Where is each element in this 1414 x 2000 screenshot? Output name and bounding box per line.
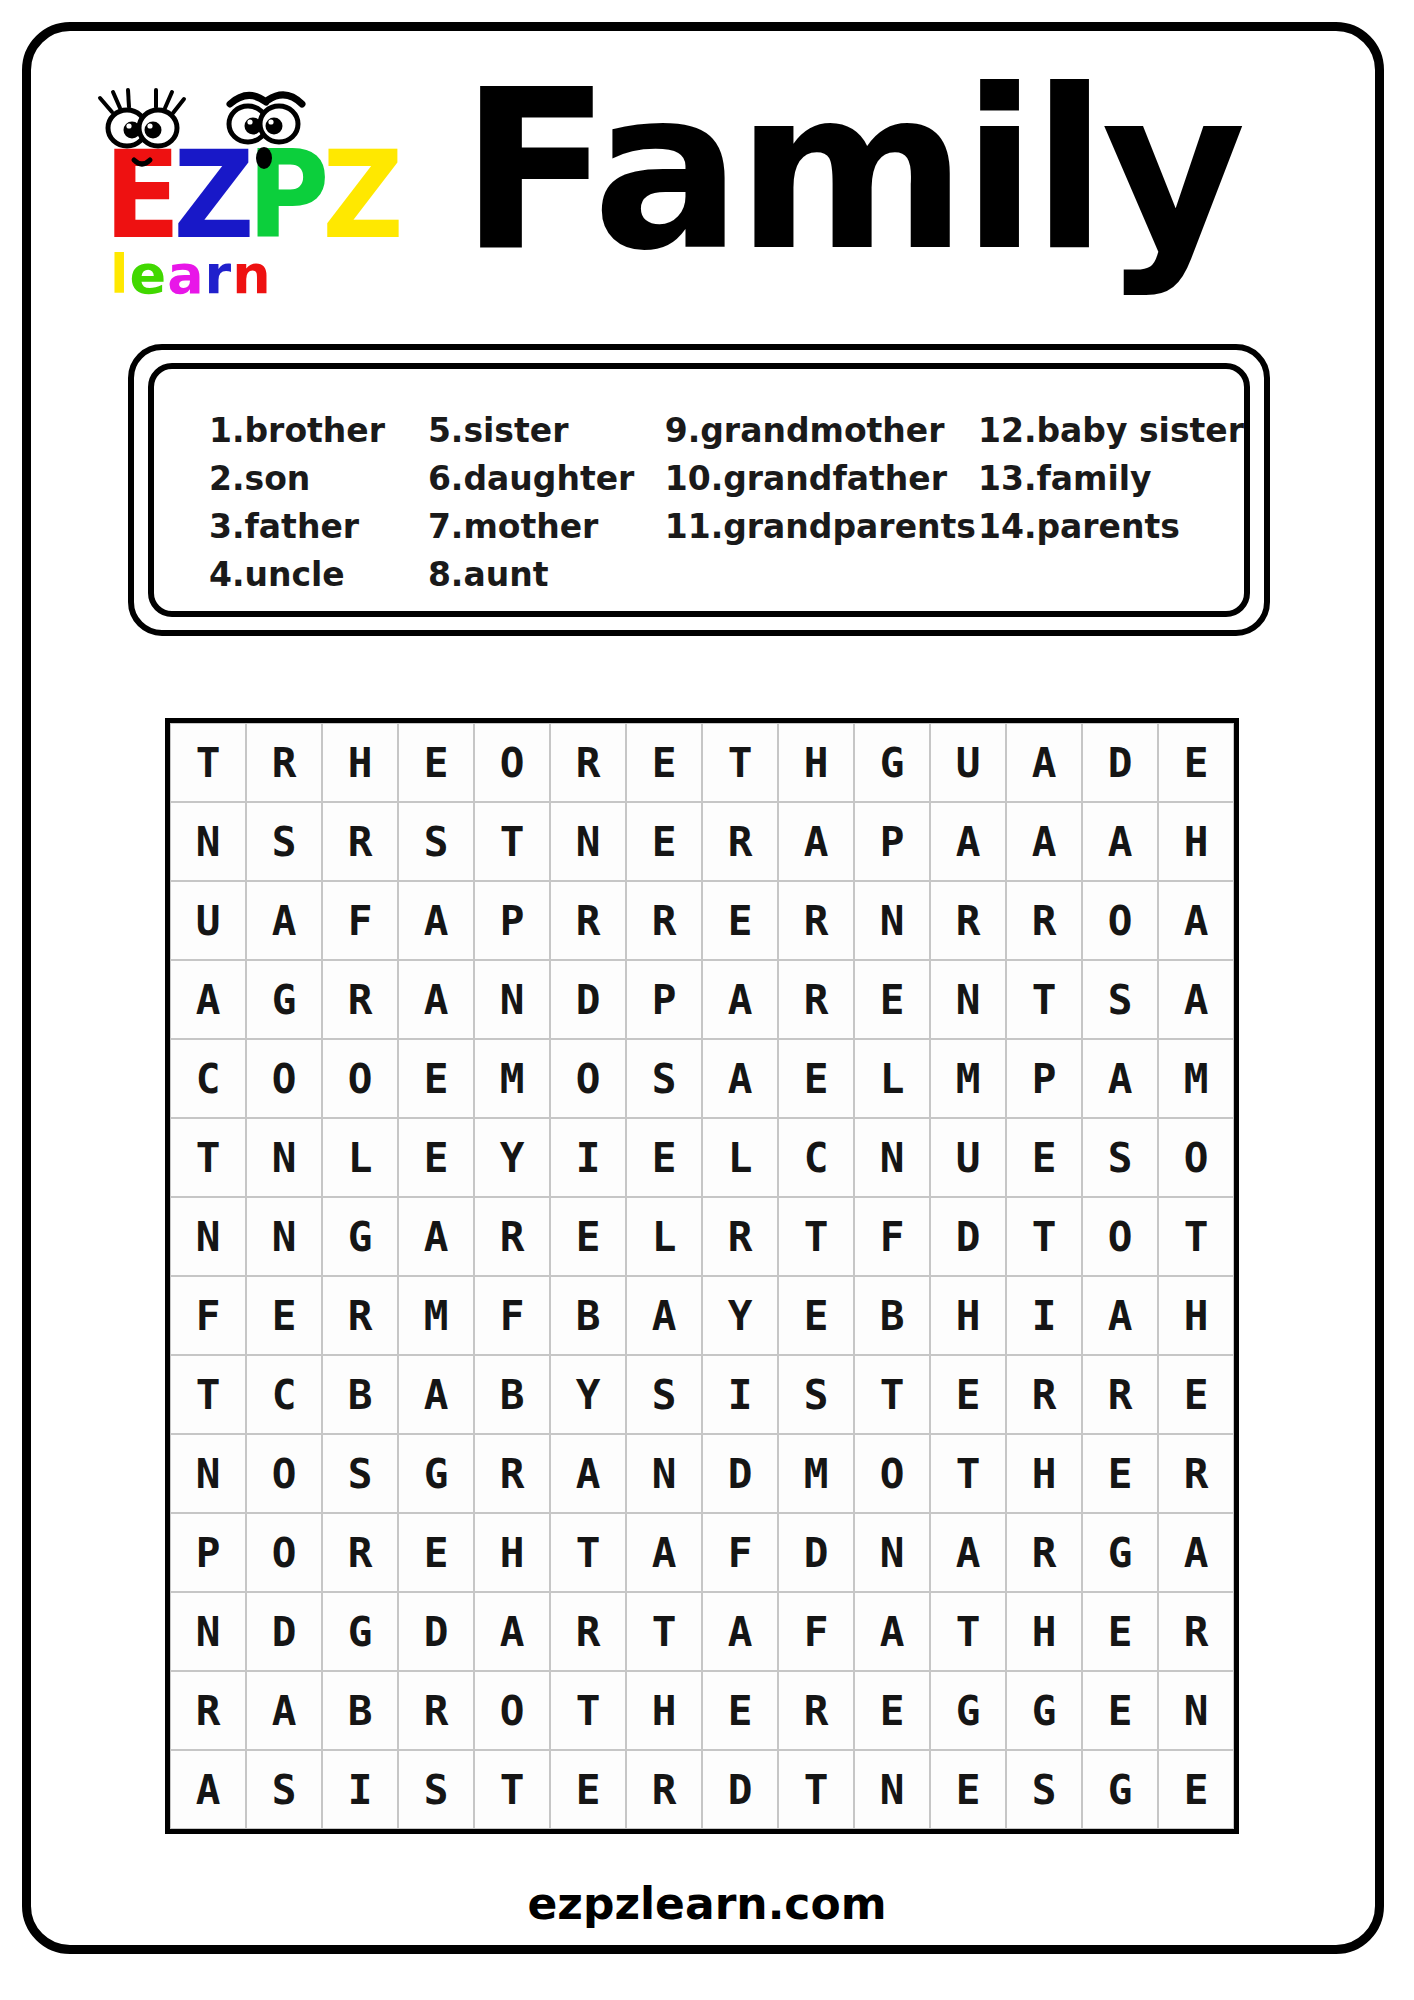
grid-cell-r4c10[interactable]: E	[854, 960, 930, 1039]
word-list-item: 9.grandmother	[665, 407, 978, 455]
grid-cell-r11c11[interactable]: A	[930, 1513, 1006, 1592]
grid-cell-r12c2[interactable]: D	[246, 1592, 322, 1671]
grid-cell-r10c10[interactable]: O	[854, 1434, 930, 1513]
footer-url: ezpzlearn.com	[0, 1878, 1414, 1929]
grid-cell-r12c7[interactable]: T	[626, 1592, 702, 1671]
grid-cell-r7c14[interactable]: T	[1158, 1197, 1234, 1276]
grid-cell-r12c1[interactable]: N	[170, 1592, 246, 1671]
grid-cell-r7c5[interactable]: R	[474, 1197, 550, 1276]
grid-cell-r3c14[interactable]: A	[1158, 881, 1234, 960]
grid-cell-r7c6[interactable]: E	[550, 1197, 626, 1276]
word-list-item: 13.family	[978, 455, 1244, 503]
grid-cell-r12c5[interactable]: A	[474, 1592, 550, 1671]
grid-cell-r6c6[interactable]: I	[550, 1118, 626, 1197]
grid-cell-r7c9[interactable]: T	[778, 1197, 854, 1276]
grid-cell-r6c10[interactable]: N	[854, 1118, 930, 1197]
grid-cell-r9c3[interactable]: B	[322, 1355, 398, 1434]
grid-cell-r14c13[interactable]: G	[1082, 1750, 1158, 1829]
grid-cell-r10c1[interactable]: N	[170, 1434, 246, 1513]
grid-cell-r5c1[interactable]: C	[170, 1039, 246, 1118]
word-list-item: 3.father	[209, 503, 428, 551]
grid-cell-r14c7[interactable]: R	[626, 1750, 702, 1829]
grid-cell-r4c12[interactable]: T	[1006, 960, 1082, 1039]
grid-cell-r4c8[interactable]: A	[702, 960, 778, 1039]
grid-cell-r10c6[interactable]: A	[550, 1434, 626, 1513]
word-list-columns: 1.brother2.son3.father4.uncle5.sister6.d…	[148, 363, 1250, 617]
grid-cell-r10c14[interactable]: R	[1158, 1434, 1234, 1513]
grid-cell-r2c3[interactable]: R	[322, 802, 398, 881]
logo-letter: r	[205, 248, 233, 302]
grid-cell-r12c13[interactable]: E	[1082, 1592, 1158, 1671]
grid-cell-r1c13[interactable]: D	[1082, 723, 1158, 802]
grid-cell-r11c5[interactable]: H	[474, 1513, 550, 1592]
grid-cell-r10c2[interactable]: O	[246, 1434, 322, 1513]
grid-cell-r8c12[interactable]: I	[1006, 1276, 1082, 1355]
grid-cell-r2c12[interactable]: A	[1006, 802, 1082, 881]
grid-cell-r11c7[interactable]: A	[626, 1513, 702, 1592]
grid-cell-r14c11[interactable]: E	[930, 1750, 1006, 1829]
grid-cell-r13c4[interactable]: R	[398, 1671, 474, 1750]
grid-cell-r1c14[interactable]: E	[1158, 723, 1234, 802]
word-list-item: 6.daughter	[428, 455, 665, 503]
grid-cell-r13c7[interactable]: H	[626, 1671, 702, 1750]
grid-cell-r13c1[interactable]: R	[170, 1671, 246, 1750]
grid-cell-r5c2[interactable]: O	[246, 1039, 322, 1118]
grid-cell-r9c12[interactable]: R	[1006, 1355, 1082, 1434]
grid-cell-r6c9[interactable]: C	[778, 1118, 854, 1197]
grid-cell-r7c12[interactable]: T	[1006, 1197, 1082, 1276]
grid-cell-r8c7[interactable]: A	[626, 1276, 702, 1355]
grid-cell-r14c9[interactable]: T	[778, 1750, 854, 1829]
grid-cell-r4c6[interactable]: D	[550, 960, 626, 1039]
grid-cell-r5c10[interactable]: L	[854, 1039, 930, 1118]
grid-cell-r14c12[interactable]: S	[1006, 1750, 1082, 1829]
grid-cell-r1c3[interactable]: H	[322, 723, 398, 802]
grid-cell-r7c11[interactable]: D	[930, 1197, 1006, 1276]
grid-cell-r4c2[interactable]: G	[246, 960, 322, 1039]
grid-cell-r8c4[interactable]: M	[398, 1276, 474, 1355]
grid-cell-r11c2[interactable]: O	[246, 1513, 322, 1592]
grid-cell-r13c9[interactable]: R	[778, 1671, 854, 1750]
word-list-item: 7.mother	[428, 503, 665, 551]
grid-cell-r1c6[interactable]: R	[550, 723, 626, 802]
grid-cell-r8c8[interactable]: Y	[702, 1276, 778, 1355]
grid-cell-r10c7[interactable]: N	[626, 1434, 702, 1513]
grid-cell-r10c4[interactable]: G	[398, 1434, 474, 1513]
grid-cell-r2c4[interactable]: S	[398, 802, 474, 881]
grid-cell-r7c4[interactable]: A	[398, 1197, 474, 1276]
grid-cell-r11c8[interactable]: F	[702, 1513, 778, 1592]
word-list-column-3: 9.grandmother10.grandfather11.grandparen…	[665, 407, 978, 551]
logo-letter: e	[130, 248, 168, 302]
grid-cell-r11c13[interactable]: G	[1082, 1513, 1158, 1592]
grid-cell-r6c13[interactable]: S	[1082, 1118, 1158, 1197]
grid-cell-r5c4[interactable]: E	[398, 1039, 474, 1118]
grid-cell-r3c13[interactable]: O	[1082, 881, 1158, 960]
word-list-item: 8.aunt	[428, 551, 665, 599]
grid-cell-r9c6[interactable]: Y	[550, 1355, 626, 1434]
grid-cell-r12c8[interactable]: A	[702, 1592, 778, 1671]
grid-cell-r3c3[interactable]: F	[322, 881, 398, 960]
grid-cell-r13c13[interactable]: E	[1082, 1671, 1158, 1750]
grid-cell-r11c9[interactable]: D	[778, 1513, 854, 1592]
grid-cell-r1c10[interactable]: G	[854, 723, 930, 802]
grid-cell-r7c13[interactable]: O	[1082, 1197, 1158, 1276]
grid-cell-r3c12[interactable]: R	[1006, 881, 1082, 960]
word-list-item: 4.uncle	[209, 551, 428, 599]
grid-cell-r6c8[interactable]: L	[702, 1118, 778, 1197]
grid-cell-r12c9[interactable]: F	[778, 1592, 854, 1671]
grid-cell-r14c4[interactable]: S	[398, 1750, 474, 1829]
grid-cell-r8c6[interactable]: B	[550, 1276, 626, 1355]
grid-cell-r13c14[interactable]: N	[1158, 1671, 1234, 1750]
grid-cell-r6c11[interactable]: U	[930, 1118, 1006, 1197]
grid-cell-r3c11[interactable]: R	[930, 881, 1006, 960]
grid-cell-r6c4[interactable]: E	[398, 1118, 474, 1197]
grid-cell-r6c1[interactable]: T	[170, 1118, 246, 1197]
grid-cell-r1c1[interactable]: T	[170, 723, 246, 802]
grid-cell-r3c7[interactable]: R	[626, 881, 702, 960]
grid-cell-r9c14[interactable]: E	[1158, 1355, 1234, 1434]
grid-cell-r9c5[interactable]: B	[474, 1355, 550, 1434]
grid-cell-r10c11[interactable]: T	[930, 1434, 1006, 1513]
grid-cell-r2c11[interactable]: A	[930, 802, 1006, 881]
grid-cell-r12c3[interactable]: G	[322, 1592, 398, 1671]
grid-cell-r3c8[interactable]: E	[702, 881, 778, 960]
grid-cell-r1c9[interactable]: H	[778, 723, 854, 802]
word-list-item: 10.grandfather	[665, 455, 978, 503]
grid-cell-r2c6[interactable]: N	[550, 802, 626, 881]
logo-letter: E	[104, 134, 173, 256]
grid-cell-r3c5[interactable]: P	[474, 881, 550, 960]
grid-cell-r1c2[interactable]: R	[246, 723, 322, 802]
grid-cell-r13c2[interactable]: A	[246, 1671, 322, 1750]
logo-letter: l	[110, 248, 130, 302]
grid-cell-r8c2[interactable]: E	[246, 1276, 322, 1355]
grid-cell-r1c5[interactable]: O	[474, 723, 550, 802]
word-list-column-4: 12.baby sister13.family14.parents	[978, 407, 1244, 551]
grid-cell-r3c10[interactable]: N	[854, 881, 930, 960]
grid-cell-r10c8[interactable]: D	[702, 1434, 778, 1513]
grid-cell-r6c7[interactable]: E	[626, 1118, 702, 1197]
word-list-column-1: 1.brother2.son3.father4.uncle	[209, 407, 428, 599]
logo-ezpz-letters: EZPZ	[104, 134, 396, 256]
grid-cell-r11c14[interactable]: A	[1158, 1513, 1234, 1592]
grid-cell-r12c11[interactable]: T	[930, 1592, 1006, 1671]
grid-cell-r13c12[interactable]: G	[1006, 1671, 1082, 1750]
grid-cell-r5c5[interactable]: M	[474, 1039, 550, 1118]
grid-cell-r11c12[interactable]: R	[1006, 1513, 1082, 1592]
grid-cell-r14c8[interactable]: D	[702, 1750, 778, 1829]
grid-cell-r14c1[interactable]: A	[170, 1750, 246, 1829]
grid-cell-r9c8[interactable]: I	[702, 1355, 778, 1434]
grid-cell-r9c9[interactable]: S	[778, 1355, 854, 1434]
grid-cell-r5c11[interactable]: M	[930, 1039, 1006, 1118]
grid-cell-r11c10[interactable]: N	[854, 1513, 930, 1592]
grid-cell-r1c7[interactable]: E	[626, 723, 702, 802]
grid-cell-r9c4[interactable]: A	[398, 1355, 474, 1434]
word-list-item: 11.grandparents	[665, 503, 978, 551]
grid-cell-r11c3[interactable]: R	[322, 1513, 398, 1592]
grid-cell-r5c3[interactable]: O	[322, 1039, 398, 1118]
grid-cell-r10c5[interactable]: R	[474, 1434, 550, 1513]
word-search-grid: TRHEORETHGUADENSRSTNERAPAAAHUAFAPRRERNRR…	[165, 718, 1239, 1834]
logo-letter: P	[247, 134, 322, 256]
grid-cell-r7c7[interactable]: L	[626, 1197, 702, 1276]
word-list-box: 1.brother2.son3.father4.uncle5.sister6.d…	[128, 344, 1270, 636]
grid-cell-r12c6[interactable]: R	[550, 1592, 626, 1671]
grid-cell-r7c2[interactable]: N	[246, 1197, 322, 1276]
grid-cell-r13c6[interactable]: T	[550, 1671, 626, 1750]
grid-cell-r4c3[interactable]: R	[322, 960, 398, 1039]
grid-cell-r6c14[interactable]: O	[1158, 1118, 1234, 1197]
grid-cell-r1c11[interactable]: U	[930, 723, 1006, 802]
grid-cell-r11c4[interactable]: E	[398, 1513, 474, 1592]
logo-learn-letters: learn	[110, 248, 272, 302]
word-list-item: 1.brother	[209, 407, 428, 455]
ezpz-logo: EZPZ learn	[82, 82, 382, 312]
grid-cell-r14c6[interactable]: E	[550, 1750, 626, 1829]
grid-cell-r9c7[interactable]: S	[626, 1355, 702, 1434]
grid-cell-r9c2[interactable]: C	[246, 1355, 322, 1434]
grid-cell-r2c7[interactable]: E	[626, 802, 702, 881]
grid-cell-r8c3[interactable]: R	[322, 1276, 398, 1355]
grid-cell-r6c3[interactable]: L	[322, 1118, 398, 1197]
grid-cell-r9c10[interactable]: T	[854, 1355, 930, 1434]
grid-cell-r3c4[interactable]: A	[398, 881, 474, 960]
logo-letter: n	[232, 248, 271, 302]
grid-cell-r10c9[interactable]: M	[778, 1434, 854, 1513]
grid-cell-r3c1[interactable]: U	[170, 881, 246, 960]
grid-cell-r14c14[interactable]: E	[1158, 1750, 1234, 1829]
grid-cell-r5c7[interactable]: S	[626, 1039, 702, 1118]
grid-cell-r4c9[interactable]: R	[778, 960, 854, 1039]
grid-cell-r8c9[interactable]: E	[778, 1276, 854, 1355]
grid-cell-r7c10[interactable]: F	[854, 1197, 930, 1276]
grid-cell-r4c5[interactable]: N	[474, 960, 550, 1039]
grid-cell-r2c5[interactable]: T	[474, 802, 550, 881]
word-list-item: 14.parents	[978, 503, 1244, 551]
word-list-item: 2.son	[209, 455, 428, 503]
grid-cell-r7c8[interactable]: R	[702, 1197, 778, 1276]
grid-cell-r11c6[interactable]: T	[550, 1513, 626, 1592]
grid-cell-r5c6[interactable]: O	[550, 1039, 626, 1118]
grid-cell-r7c3[interactable]: G	[322, 1197, 398, 1276]
grid-cell-r12c4[interactable]: D	[398, 1592, 474, 1671]
grid-cell-r3c6[interactable]: R	[550, 881, 626, 960]
logo-letter: Z	[322, 134, 396, 256]
grid-cell-r2c1[interactable]: N	[170, 802, 246, 881]
grid-cell-r2c13[interactable]: A	[1082, 802, 1158, 881]
grid-cell-r4c14[interactable]: A	[1158, 960, 1234, 1039]
grid-cell-r10c12[interactable]: H	[1006, 1434, 1082, 1513]
grid-cell-r13c5[interactable]: O	[474, 1671, 550, 1750]
grid-cell-r6c5[interactable]: Y	[474, 1118, 550, 1197]
grid-cell-r2c14[interactable]: H	[1158, 802, 1234, 881]
grid-cell-r8c10[interactable]: B	[854, 1276, 930, 1355]
grid-cell-r12c14[interactable]: R	[1158, 1592, 1234, 1671]
grid-cell-r9c1[interactable]: T	[170, 1355, 246, 1434]
grid-cell-r3c2[interactable]: A	[246, 881, 322, 960]
grid-cell-r10c13[interactable]: E	[1082, 1434, 1158, 1513]
grid-cell-r4c13[interactable]: S	[1082, 960, 1158, 1039]
grid-cell-r11c1[interactable]: P	[170, 1513, 246, 1592]
grid-cell-r5c14[interactable]: M	[1158, 1039, 1234, 1118]
grid-cell-r8c13[interactable]: A	[1082, 1276, 1158, 1355]
grid-cell-r4c11[interactable]: N	[930, 960, 1006, 1039]
grid-cell-r3c9[interactable]: R	[778, 881, 854, 960]
grid-cell-r4c4[interactable]: A	[398, 960, 474, 1039]
grid-cell-r9c11[interactable]: E	[930, 1355, 1006, 1434]
grid-cell-r14c3[interactable]: I	[322, 1750, 398, 1829]
grid-cell-r5c8[interactable]: A	[702, 1039, 778, 1118]
grid-cell-r8c1[interactable]: F	[170, 1276, 246, 1355]
grid-cell-r2c8[interactable]: R	[702, 802, 778, 881]
word-list-item: 12.baby sister	[978, 407, 1244, 455]
grid-cell-r10c3[interactable]: S	[322, 1434, 398, 1513]
grid-cell-r13c11[interactable]: G	[930, 1671, 1006, 1750]
grid-cell-r1c8[interactable]: T	[702, 723, 778, 802]
grid-cell-r13c8[interactable]: E	[702, 1671, 778, 1750]
grid-cell-r9c13[interactable]: R	[1082, 1355, 1158, 1434]
grid-cell-r1c4[interactable]: E	[398, 723, 474, 802]
grid-cell-r12c12[interactable]: H	[1006, 1592, 1082, 1671]
grid-cell-r14c5[interactable]: T	[474, 1750, 550, 1829]
word-list-column-2: 5.sister6.daughter7.mother8.aunt	[428, 407, 665, 599]
grid-cell-r6c2[interactable]: N	[246, 1118, 322, 1197]
grid-cell-r1c12[interactable]: A	[1006, 723, 1082, 802]
logo-letter: Z	[173, 134, 247, 256]
grid-cell-r6c12[interactable]: E	[1006, 1118, 1082, 1197]
grid-cell-r5c9[interactable]: E	[778, 1039, 854, 1118]
grid-cell-r5c13[interactable]: A	[1082, 1039, 1158, 1118]
grid-cell-r7c1[interactable]: N	[170, 1197, 246, 1276]
grid-cell-r8c14[interactable]: H	[1158, 1276, 1234, 1355]
grid-cell-r14c10[interactable]: N	[854, 1750, 930, 1829]
grid-cell-r13c3[interactable]: B	[322, 1671, 398, 1750]
grid-cell-r14c2[interactable]: S	[246, 1750, 322, 1829]
page-title: Family	[430, 48, 1270, 292]
grid-cell-r2c10[interactable]: P	[854, 802, 930, 881]
grid-cell-r4c1[interactable]: A	[170, 960, 246, 1039]
grid-cell-r12c10[interactable]: A	[854, 1592, 930, 1671]
grid-cell-r8c5[interactable]: F	[474, 1276, 550, 1355]
word-list-item: 5.sister	[428, 407, 665, 455]
grid-cell-r2c2[interactable]: S	[246, 802, 322, 881]
logo-letter: a	[167, 248, 204, 302]
grid-cell-r13c10[interactable]: E	[854, 1671, 930, 1750]
grid-cell-r4c7[interactable]: P	[626, 960, 702, 1039]
grid-cell-r5c12[interactable]: P	[1006, 1039, 1082, 1118]
grid-cell-r2c9[interactable]: A	[778, 802, 854, 881]
grid-cell-r8c11[interactable]: H	[930, 1276, 1006, 1355]
